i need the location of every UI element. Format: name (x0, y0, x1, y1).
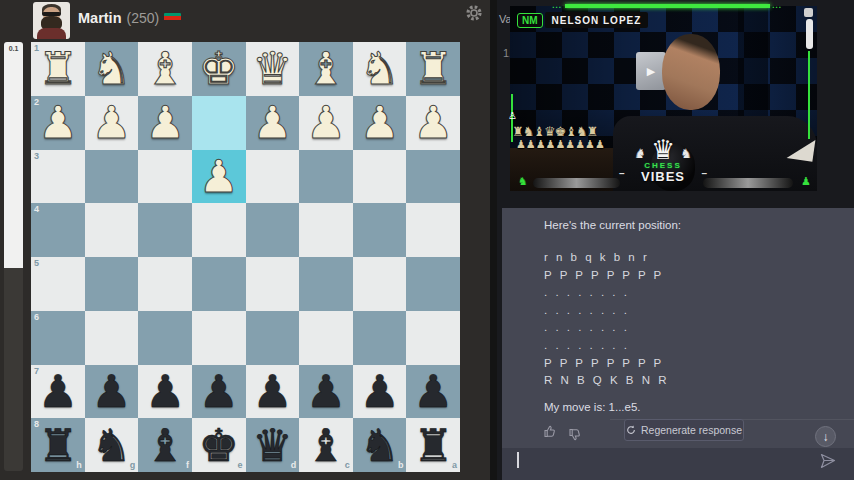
piece-wP-b2[interactable]: ♟ (359, 100, 399, 145)
rank-label: 3 (34, 152, 39, 161)
green-knight-icon: ♞ (518, 175, 528, 188)
rank-label: 1 (34, 44, 39, 53)
player-nameplate-right (703, 178, 793, 188)
square-c3[interactable] (299, 150, 353, 204)
player-info: Martin (250) (78, 8, 181, 28)
piece-bP-f7[interactable]: ♟ (145, 369, 185, 414)
square-a1[interactable]: ♜ (406, 42, 460, 96)
square-e6[interactable] (192, 311, 246, 365)
square-g6[interactable] (85, 311, 139, 365)
thumbs-up-icon[interactable] (543, 424, 558, 439)
file-label: g (130, 461, 136, 470)
piece-bR-h8[interactable]: ♜ (38, 423, 78, 468)
text-cursor (517, 452, 519, 468)
square-f8[interactable]: f♝ (138, 418, 192, 472)
square-a3[interactable] (406, 150, 460, 204)
left-edge-piece-icon: ♙ (508, 110, 517, 121)
square-h4[interactable]: 4 (31, 203, 85, 257)
rank-label: 6 (34, 313, 39, 322)
square-c4[interactable] (299, 203, 353, 257)
board-line: . . . . . . . . (544, 302, 669, 320)
assistant-message: Here's the current position: r n b q k b… (502, 208, 854, 448)
square-a4[interactable] (406, 203, 460, 257)
rank-label: 2 (34, 98, 39, 107)
square-d4[interactable] (246, 203, 300, 257)
square-a8[interactable]: a♜ (406, 418, 460, 472)
piece-wQ-d1[interactable]: ♛ (252, 46, 292, 91)
table-pieces-front: ♟♟♟♟♟♟♟♟♟ (516, 138, 605, 151)
square-h6[interactable]: 6 (31, 311, 85, 365)
square-e3[interactable]: ♟ (192, 150, 246, 204)
square-h2[interactable]: 2♟ (31, 96, 85, 150)
scroll-to-bottom-button[interactable]: ↓ (815, 426, 836, 447)
piece-wK-e1[interactable]: ♚ (199, 46, 239, 91)
evaluation-bar-white (4, 42, 23, 268)
square-a6[interactable] (406, 311, 460, 365)
piece-bN-b8[interactable]: ♞ (359, 423, 399, 468)
square-b4[interactable] (353, 203, 407, 257)
app-window: Martin (250) 0.1 1♜♞♝♚♛♝♞♜2♟♟♟♟♟♟♟3♟4567… (0, 0, 854, 480)
square-c6[interactable] (299, 311, 353, 365)
square-a7[interactable]: ♟ (406, 365, 460, 419)
square-d8[interactable]: d♛ (246, 418, 300, 472)
piece-bN-g8[interactable]: ♞ (91, 423, 131, 468)
regenerate-button[interactable]: Regenerate response (624, 419, 744, 441)
square-d6[interactable] (246, 311, 300, 365)
green-pawn-icon: ♟ (801, 175, 811, 188)
opponent-header (0, 0, 490, 40)
webcam-video[interactable]: ▶ ♜♞♝♛♚♝♞♜ ♟♟♟♟♟♟♟♟♟ ∙∙∙ ∙∙∙ NM NELSON L… (510, 6, 817, 191)
piece-wB-f1[interactable]: ♝ (145, 46, 185, 91)
square-e5[interactable] (192, 257, 246, 311)
thumbs-down-icon[interactable] (568, 427, 583, 442)
square-h7[interactable]: 7♟ (31, 365, 85, 419)
timer-bar (565, 4, 770, 8)
avatar-body (37, 28, 66, 39)
square-b2[interactable]: ♟ (353, 96, 407, 150)
square-e7[interactable]: ♟ (192, 365, 246, 419)
chess-pane: Martin (250) 0.1 1♜♞♝♚♛♝♞♜2♟♟♟♟♟♟♟3♟4567… (0, 0, 497, 480)
piece-bP-b7[interactable]: ♟ (359, 369, 399, 414)
piece-wP-a2[interactable]: ♟ (413, 100, 453, 145)
square-h8[interactable]: 8h♜ (31, 418, 85, 472)
streamer-nameplate: NM NELSON LOPEZ (517, 12, 648, 28)
player-rating: (250) (127, 10, 160, 26)
rank-label: 4 (34, 205, 39, 214)
right-edge-marker (804, 8, 813, 17)
square-f5[interactable] (138, 257, 192, 311)
piece-bK-e8[interactable]: ♚ (199, 423, 239, 468)
piece-wP-e3[interactable]: ♟ (199, 154, 239, 199)
square-g2[interactable]: ♟ (85, 96, 139, 150)
square-d7[interactable]: ♟ (246, 365, 300, 419)
nm-title-badge: NM (517, 13, 543, 28)
board-line: r n b q k b n r (544, 249, 669, 267)
timer-dots: ∙∙∙ (552, 3, 562, 12)
board-line: P P P P P P P P (544, 267, 669, 285)
player-nameplate-left (533, 178, 620, 188)
evaluation-score: 0.1 (4, 45, 23, 52)
message-intro: Here's the current position: (544, 219, 681, 231)
square-g8[interactable]: g♞ (85, 418, 139, 472)
piece-wP-d2[interactable]: ♟ (252, 100, 292, 145)
evaluation-bar: 0.1 (4, 42, 23, 471)
table-pieces-back: ♜♞♝♛♚♝♞♜ (512, 124, 597, 139)
piece-wB-c1[interactable]: ♝ (306, 46, 346, 91)
rank-label: 8 (34, 420, 39, 429)
board-line: P P P P P P P P (544, 355, 669, 373)
square-g5[interactable] (85, 257, 139, 311)
piece-bB-f8[interactable]: ♝ (145, 423, 185, 468)
settings-gear-icon[interactable] (465, 4, 483, 22)
square-f7[interactable]: ♟ (138, 365, 192, 419)
square-e1[interactable]: ♚ (192, 42, 246, 96)
square-c8[interactable]: c♝ (299, 418, 353, 472)
square-b5[interactable] (353, 257, 407, 311)
piece-bP-h7[interactable]: ♟ (38, 369, 78, 414)
right-eval-accent (808, 51, 810, 139)
piece-bB-c8[interactable]: ♝ (306, 423, 346, 468)
square-c7[interactable]: ♟ (299, 365, 353, 419)
message-move: My move is: 1...e5. (544, 401, 641, 413)
rank-label: 5 (34, 259, 39, 268)
square-f2[interactable]: ♟ (138, 96, 192, 150)
square-d2[interactable]: ♟ (246, 96, 300, 150)
piece-bP-g7[interactable]: ♟ (91, 369, 131, 414)
square-f6[interactable] (138, 311, 192, 365)
piece-bP-c7[interactable]: ♟ (306, 369, 346, 414)
file-label: h (76, 461, 82, 470)
play-button-icon: ▶ (647, 65, 655, 78)
board-line: R N B Q K B N R (544, 372, 669, 390)
logo-text-vibes: VIBES (628, 170, 698, 183)
square-h5[interactable]: 5 (31, 257, 85, 311)
board-line: . . . . . . . . (544, 319, 669, 337)
square-c5[interactable] (299, 257, 353, 311)
chess-vibes-logo: ♞ ♛ ♞ – – CHESS VIBES (628, 136, 698, 183)
file-label: e (237, 461, 242, 470)
square-f1[interactable]: ♝ (138, 42, 192, 96)
rank-label: 7 (34, 367, 39, 376)
square-f4[interactable] (138, 203, 192, 257)
piece-bP-e7[interactable]: ♟ (199, 369, 239, 414)
file-label: f (186, 461, 189, 470)
piece-wR-h1[interactable]: ♜ (38, 46, 78, 91)
piece-wP-f2[interactable]: ♟ (145, 100, 185, 145)
square-b3[interactable] (353, 150, 407, 204)
board-line: . . . . . . . . (544, 284, 669, 302)
square-b1[interactable]: ♞ (353, 42, 407, 96)
logo-knight-icon: ♞ (634, 146, 646, 161)
piece-wN-b1[interactable]: ♞ (359, 46, 399, 91)
square-g3[interactable] (85, 150, 139, 204)
square-h1[interactable]: 1♜ (31, 42, 85, 96)
square-e4[interactable] (192, 203, 246, 257)
piece-bQ-d8[interactable]: ♛ (252, 423, 292, 468)
square-e2[interactable] (192, 96, 246, 150)
piece-wN-g1[interactable]: ♞ (91, 46, 131, 91)
square-c2[interactable]: ♟ (299, 96, 353, 150)
square-b7[interactable]: ♟ (353, 365, 407, 419)
streamer-head (662, 34, 720, 110)
piece-bR-a8[interactable]: ♜ (413, 423, 453, 468)
square-d1[interactable]: ♛ (246, 42, 300, 96)
refresh-icon (626, 425, 636, 435)
square-g7[interactable]: ♟ (85, 365, 139, 419)
piece-bP-a7[interactable]: ♟ (413, 369, 453, 414)
regenerate-label: Regenerate response (641, 424, 742, 436)
piece-wP-c2[interactable]: ♟ (306, 100, 346, 145)
square-c1[interactable]: ♝ (299, 42, 353, 96)
bulgaria-flag-icon (164, 13, 181, 24)
flag-stripe-red (164, 16, 181, 20)
logo-knight-icon: ♞ (680, 146, 692, 161)
square-a2[interactable]: ♟ (406, 96, 460, 150)
avatar[interactable] (33, 2, 70, 39)
board-line: . . . . . . . . (544, 337, 669, 355)
square-g4[interactable] (85, 203, 139, 257)
streamer-name: NELSON LOPEZ (545, 12, 649, 28)
file-label: b (398, 461, 404, 470)
player-name: Martin (78, 10, 122, 26)
square-b8[interactable]: b♞ (353, 418, 407, 472)
square-a5[interactable] (406, 257, 460, 311)
square-b6[interactable] (353, 311, 407, 365)
piece-wR-a1[interactable]: ♜ (413, 46, 453, 91)
logo-dash: – (619, 168, 625, 179)
video-corner-highlight (787, 136, 816, 161)
timer-dots: ∙∙∙ (772, 3, 782, 12)
square-h3[interactable]: 3 (31, 150, 85, 204)
send-icon[interactable] (820, 453, 836, 469)
file-label: c (345, 461, 350, 470)
square-g1[interactable]: ♞ (85, 42, 139, 96)
piece-wP-g2[interactable]: ♟ (91, 100, 131, 145)
square-d3[interactable] (246, 150, 300, 204)
position-lines: r n b q k b n rP P P P P P P P. . . . . … (544, 249, 669, 390)
chess-board[interactable]: 1♜♞♝♚♛♝♞♜2♟♟♟♟♟♟♟3♟4567♟♟♟♟♟♟♟♟8h♜g♞f♝e♚… (31, 42, 460, 472)
file-label: a (452, 461, 457, 470)
square-e8[interactable]: e♚ (192, 418, 246, 472)
down-arrow-icon: ↓ (823, 430, 829, 444)
square-d5[interactable] (246, 257, 300, 311)
piece-wP-h2[interactable]: ♟ (38, 100, 78, 145)
right-eval-pill (806, 19, 813, 49)
piece-bP-d7[interactable]: ♟ (252, 369, 292, 414)
chat-input[interactable] (502, 448, 854, 480)
square-f3[interactable] (138, 150, 192, 204)
file-label: d (291, 461, 297, 470)
